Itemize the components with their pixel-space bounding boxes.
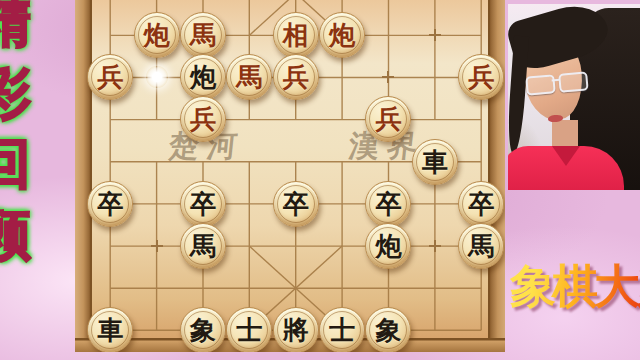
red-horse-piece[interactable]: 馬 bbox=[226, 54, 272, 100]
streamer-shirt-collar bbox=[552, 146, 580, 166]
piece-glyph: 將 bbox=[283, 308, 309, 352]
left-caption-char: 顾 bbox=[0, 199, 33, 270]
left-vertical-caption: 精 彩 回 顾 bbox=[0, 0, 33, 270]
piece-glyph: 卒 bbox=[468, 182, 494, 226]
piece-glyph: 相 bbox=[283, 13, 309, 57]
piece-glyph: 兵 bbox=[97, 55, 123, 99]
left-caption-char: 回 bbox=[0, 128, 33, 199]
piece-layer: 炮馬相炮兵炮馬兵兵兵兵車卒卒卒卒卒馬炮馬車象士將士象 bbox=[87, 0, 504, 351]
black-elephant-piece[interactable]: 象 bbox=[180, 307, 226, 352]
black-soldier-piece[interactable]: 卒 bbox=[365, 181, 411, 227]
piece-glyph: 馬 bbox=[190, 224, 216, 268]
bottom-right-caption: 象棋大师 bbox=[510, 256, 640, 318]
piece-glyph: 炮 bbox=[144, 13, 170, 57]
xiangqi-board[interactable]: 楚河 漢界 炮馬相炮兵炮馬兵兵兵兵車卒卒卒卒卒馬炮馬車象士將士象 bbox=[75, 0, 505, 352]
black-chariot-piece[interactable]: 車 bbox=[87, 307, 133, 352]
black-chariot-piece[interactable]: 車 bbox=[412, 139, 458, 185]
piece-glyph: 象 bbox=[375, 308, 401, 352]
piece-glyph: 卒 bbox=[283, 182, 309, 226]
black-elephant-piece[interactable]: 象 bbox=[365, 307, 411, 352]
piece-glyph: 炮 bbox=[190, 55, 216, 99]
piece-glyph: 卒 bbox=[190, 182, 216, 226]
piece-glyph: 兵 bbox=[190, 97, 216, 141]
black-general-piece[interactable]: 將 bbox=[273, 307, 319, 352]
piece-glyph: 車 bbox=[97, 308, 123, 352]
piece-glyph: 兵 bbox=[468, 55, 494, 99]
piece-glyph: 士 bbox=[329, 308, 355, 352]
piece-glyph: 卒 bbox=[97, 182, 123, 226]
black-advisor-piece[interactable]: 士 bbox=[319, 307, 365, 352]
red-horse-piece[interactable]: 馬 bbox=[180, 12, 226, 58]
piece-glyph: 象 bbox=[190, 308, 216, 352]
left-caption-char: 精 bbox=[0, 0, 33, 57]
piece-glyph: 士 bbox=[236, 308, 262, 352]
red-soldier-piece[interactable]: 兵 bbox=[458, 54, 504, 100]
piece-glyph: 車 bbox=[422, 140, 448, 184]
black-soldier-piece[interactable]: 卒 bbox=[180, 181, 226, 227]
red-soldier-piece[interactable]: 兵 bbox=[273, 54, 319, 100]
red-cannon-piece[interactable]: 炮 bbox=[134, 12, 180, 58]
red-soldier-piece[interactable]: 兵 bbox=[180, 96, 226, 142]
piece-glyph: 卒 bbox=[375, 182, 401, 226]
piece-glyph: 炮 bbox=[375, 224, 401, 268]
black-cannon-piece[interactable]: 炮 bbox=[365, 223, 411, 269]
glasses-right-lens bbox=[558, 71, 589, 92]
black-soldier-piece[interactable]: 卒 bbox=[273, 181, 319, 227]
piece-glyph: 馬 bbox=[468, 224, 494, 268]
piece-glyph: 馬 bbox=[190, 13, 216, 57]
piece-glyph: 馬 bbox=[236, 55, 262, 99]
glasses-left-lens bbox=[525, 74, 556, 95]
black-soldier-piece[interactable]: 卒 bbox=[87, 181, 133, 227]
black-horse-piece[interactable]: 馬 bbox=[180, 223, 226, 269]
black-cannon-piece[interactable]: 炮 bbox=[180, 54, 226, 100]
black-horse-piece[interactable]: 馬 bbox=[458, 223, 504, 269]
last-move-highlight bbox=[146, 66, 168, 88]
webcam-overlay bbox=[508, 4, 640, 190]
piece-glyph: 兵 bbox=[283, 55, 309, 99]
black-soldier-piece[interactable]: 卒 bbox=[458, 181, 504, 227]
red-elephant-piece[interactable]: 相 bbox=[273, 12, 319, 58]
red-soldier-piece[interactable]: 兵 bbox=[87, 54, 133, 100]
black-advisor-piece[interactable]: 士 bbox=[226, 307, 272, 352]
piece-glyph: 兵 bbox=[375, 97, 401, 141]
red-soldier-piece[interactable]: 兵 bbox=[365, 96, 411, 142]
piece-glyph: 炮 bbox=[329, 13, 355, 57]
left-caption-char: 彩 bbox=[0, 57, 33, 128]
video-frame: 精 彩 回 顾 bbox=[0, 0, 640, 360]
red-cannon-piece[interactable]: 炮 bbox=[319, 12, 365, 58]
